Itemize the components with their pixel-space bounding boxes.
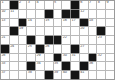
clue-number: 29 bbox=[36, 54, 40, 58]
cell-r1c1[interactable]: 11 bbox=[10, 10, 18, 18]
cell-r0c0[interactable]: 1 bbox=[1, 1, 9, 9]
clue-number: 41 bbox=[80, 71, 84, 75]
cell-r6c3[interactable] bbox=[27, 54, 35, 62]
cell-r1c6[interactable] bbox=[54, 10, 62, 18]
cell-r8c1[interactable] bbox=[10, 71, 18, 79]
block-cell-r2c9 bbox=[80, 19, 88, 27]
cell-r6c2[interactable] bbox=[19, 54, 27, 62]
crossword-grid: 1234567891011121314151617181920212223242… bbox=[0, 0, 115, 80]
cell-r2c11[interactable] bbox=[97, 19, 105, 27]
clue-number: 6 bbox=[80, 1, 82, 5]
cell-r5c11[interactable] bbox=[97, 45, 105, 53]
block-cell-r0c1 bbox=[10, 1, 18, 9]
clue-number: 12 bbox=[80, 10, 84, 14]
clue-number: 27 bbox=[80, 45, 84, 49]
clue-number: 5 bbox=[54, 1, 56, 5]
clue-number: 3 bbox=[28, 1, 30, 5]
clue-number: 23 bbox=[98, 36, 102, 40]
cell-r0c10[interactable]: 7 bbox=[89, 1, 97, 9]
block-cell-r7c7 bbox=[62, 62, 70, 70]
block-cell-r2c2 bbox=[19, 19, 27, 27]
cell-r8c6[interactable]: 39 bbox=[54, 71, 62, 79]
cell-r3c6[interactable] bbox=[54, 27, 62, 35]
block-cell-r7c3 bbox=[27, 62, 35, 70]
cell-r1c11[interactable] bbox=[97, 10, 105, 18]
cell-r3c2[interactable]: 19 bbox=[19, 27, 27, 35]
cell-r7c8[interactable] bbox=[71, 62, 79, 70]
cell-r8c10[interactable] bbox=[89, 71, 97, 79]
cell-r4c1[interactable] bbox=[10, 36, 18, 44]
clue-number: 28 bbox=[1, 54, 5, 58]
cell-r5c9[interactable]: 27 bbox=[80, 45, 88, 53]
block-cell-r1c7 bbox=[62, 10, 70, 18]
cell-r5c10[interactable] bbox=[89, 45, 97, 53]
clue-number: 33 bbox=[1, 62, 5, 66]
clue-number: 7 bbox=[89, 1, 91, 5]
clue-number: 17 bbox=[72, 19, 76, 23]
cell-r2c3[interactable]: 14 bbox=[27, 19, 35, 27]
cell-r1c0[interactable]: 10 bbox=[1, 10, 9, 18]
cell-r4c10[interactable] bbox=[89, 36, 97, 44]
clue-number: 2 bbox=[19, 1, 21, 5]
cell-r1c12[interactable] bbox=[106, 10, 114, 18]
clue-number: 13 bbox=[1, 19, 5, 23]
cell-r6c9[interactable] bbox=[80, 54, 88, 62]
cell-r0c3[interactable]: 3 bbox=[27, 1, 35, 9]
cell-r5c6[interactable] bbox=[54, 45, 62, 53]
cell-r2c10[interactable]: 18 bbox=[89, 19, 97, 27]
clue-number: 32 bbox=[98, 54, 102, 58]
cell-r3c9[interactable]: 20 bbox=[80, 27, 88, 35]
cell-r3c7[interactable] bbox=[62, 27, 70, 35]
clue-number: 9 bbox=[107, 1, 109, 5]
cell-r4c8[interactable] bbox=[71, 36, 79, 44]
block-cell-r4c6 bbox=[54, 36, 62, 44]
cell-r6c0[interactable]: 28 bbox=[1, 54, 9, 62]
cell-r5c12[interactable] bbox=[106, 45, 114, 53]
cell-r5c1[interactable]: 24 bbox=[10, 45, 18, 53]
clue-number: 31 bbox=[72, 54, 76, 58]
cell-r2c6[interactable] bbox=[54, 19, 62, 27]
clue-number: 16 bbox=[63, 19, 67, 23]
cell-r2c7[interactable]: 16 bbox=[62, 19, 70, 27]
cell-r7c1[interactable] bbox=[10, 62, 18, 70]
cell-r5c5[interactable]: 26 bbox=[45, 45, 53, 53]
cell-r1c3[interactable] bbox=[27, 10, 35, 18]
cell-r4c0[interactable]: 21 bbox=[1, 36, 9, 44]
cell-r7c0[interactable]: 33 bbox=[1, 62, 9, 70]
cell-r2c0[interactable]: 13 bbox=[1, 19, 9, 27]
cell-r1c2[interactable] bbox=[19, 10, 27, 18]
block-cell-r5c4 bbox=[36, 45, 44, 53]
block-cell-r8c5 bbox=[45, 71, 53, 79]
block-cell-r1c8 bbox=[71, 10, 79, 18]
clue-number: 39 bbox=[54, 71, 58, 75]
clue-number: 14 bbox=[28, 19, 32, 23]
cell-r2c8[interactable]: 17 bbox=[71, 19, 79, 27]
cell-r4c4[interactable] bbox=[36, 36, 44, 44]
clue-number: 11 bbox=[10, 10, 14, 14]
block-cell-r6c10 bbox=[89, 54, 97, 62]
clue-number: 37 bbox=[1, 71, 5, 75]
cell-r3c12[interactable] bbox=[106, 27, 114, 35]
cell-r3c0[interactable] bbox=[1, 27, 9, 35]
cell-r3c3[interactable] bbox=[27, 27, 35, 35]
cell-r4c11[interactable]: 23 bbox=[97, 36, 105, 44]
cell-r0c4[interactable]: 4 bbox=[36, 1, 44, 9]
cell-r3c8[interactable] bbox=[71, 27, 79, 35]
clue-number: 15 bbox=[45, 19, 49, 23]
cell-r1c10[interactable] bbox=[89, 10, 97, 18]
block-cell-r5c8 bbox=[71, 45, 79, 53]
cell-r4c9[interactable] bbox=[80, 36, 88, 44]
cell-r4c7[interactable]: 22 bbox=[62, 36, 70, 44]
clue-number: 40 bbox=[63, 71, 67, 75]
cell-r6c8[interactable]: 31 bbox=[71, 54, 79, 62]
cell-r2c1[interactable] bbox=[10, 19, 18, 27]
cell-r3c4[interactable] bbox=[36, 27, 44, 35]
cell-r2c4[interactable] bbox=[36, 19, 44, 27]
cell-r7c6[interactable]: 35 bbox=[54, 62, 62, 70]
clue-number: 36 bbox=[89, 62, 93, 66]
cell-r5c3[interactable]: 25 bbox=[27, 45, 35, 53]
clue-number: 24 bbox=[10, 45, 14, 49]
cell-r0c9[interactable]: 6 bbox=[80, 1, 88, 9]
cell-r6c4[interactable]: 29 bbox=[36, 54, 44, 62]
block-cell-r1c5 bbox=[45, 10, 53, 18]
clue-number: 1 bbox=[1, 1, 3, 5]
cell-r8c7[interactable]: 40 bbox=[62, 71, 70, 79]
clue-number: 21 bbox=[1, 36, 5, 40]
clue-number: 19 bbox=[19, 27, 23, 31]
cell-r3c10[interactable] bbox=[89, 27, 97, 35]
clue-number: 26 bbox=[45, 45, 49, 49]
block-cell-r0c8 bbox=[71, 1, 79, 9]
clue-number: 34 bbox=[36, 62, 40, 66]
cell-r7c12[interactable] bbox=[106, 62, 114, 70]
cell-r8c3[interactable]: 38 bbox=[27, 71, 35, 79]
block-cell-r6c6 bbox=[54, 54, 62, 62]
cell-r8c11[interactable] bbox=[97, 71, 105, 79]
block-cell-r8c8 bbox=[71, 71, 79, 79]
clue-number: 4 bbox=[36, 1, 38, 5]
cell-r0c7[interactable] bbox=[62, 1, 70, 9]
cell-r7c10[interactable]: 36 bbox=[89, 62, 97, 70]
block-cell-r7c9 bbox=[80, 62, 88, 70]
cell-r0c6[interactable]: 5 bbox=[54, 1, 62, 9]
block-cell-r3c11 bbox=[97, 27, 105, 35]
block-cell-r3c1 bbox=[10, 27, 18, 35]
clue-number: 8 bbox=[98, 1, 100, 5]
cell-r4c2[interactable] bbox=[19, 36, 27, 44]
cell-r3c5[interactable] bbox=[45, 27, 53, 35]
cell-r5c2[interactable] bbox=[19, 45, 27, 53]
cell-r0c11[interactable]: 8 bbox=[97, 1, 105, 9]
clue-number: 18 bbox=[89, 19, 93, 23]
cell-r1c9[interactable]: 12 bbox=[80, 10, 88, 18]
cell-r1c4[interactable] bbox=[36, 10, 44, 18]
cell-r6c11[interactable]: 32 bbox=[97, 54, 105, 62]
cell-r0c2[interactable]: 2 bbox=[19, 1, 27, 9]
cell-r6c5[interactable] bbox=[45, 54, 53, 62]
cell-r7c11[interactable] bbox=[97, 62, 105, 70]
cell-r7c4[interactable]: 34 bbox=[36, 62, 44, 70]
cell-r6c12[interactable] bbox=[106, 54, 114, 62]
block-cell-r4c5 bbox=[45, 36, 53, 44]
cell-r0c12[interactable]: 9 bbox=[106, 1, 114, 9]
cell-r5c7[interactable] bbox=[62, 45, 70, 53]
crossword-board: 1234567891011121314151617181920212223242… bbox=[0, 0, 115, 80]
cell-r8c9[interactable]: 41 bbox=[80, 71, 88, 79]
block-cell-r4c3 bbox=[27, 36, 35, 44]
clue-number: 22 bbox=[63, 36, 67, 40]
cell-r8c4[interactable] bbox=[36, 71, 44, 79]
cell-r7c5[interactable] bbox=[45, 62, 53, 70]
cell-r2c12[interactable] bbox=[106, 19, 114, 27]
clue-number: 20 bbox=[80, 27, 84, 31]
block-cell-r5c0 bbox=[1, 45, 9, 53]
cell-r7c2[interactable] bbox=[19, 62, 27, 70]
cell-r8c2[interactable] bbox=[19, 71, 27, 79]
clue-number: 35 bbox=[54, 62, 58, 66]
cell-r8c12[interactable] bbox=[106, 71, 114, 79]
cell-r2c5[interactable]: 15 bbox=[45, 19, 53, 27]
cell-r4c12[interactable] bbox=[106, 36, 114, 44]
clue-number: 25 bbox=[28, 45, 32, 49]
cell-r6c7[interactable]: 30 bbox=[62, 54, 70, 62]
clue-number: 10 bbox=[1, 10, 5, 14]
clue-number: 38 bbox=[28, 71, 32, 75]
cell-r0c5[interactable] bbox=[45, 1, 53, 9]
cell-r6c1[interactable] bbox=[10, 54, 18, 62]
clue-number: 30 bbox=[63, 54, 67, 58]
cell-r8c0[interactable]: 37 bbox=[1, 71, 9, 79]
